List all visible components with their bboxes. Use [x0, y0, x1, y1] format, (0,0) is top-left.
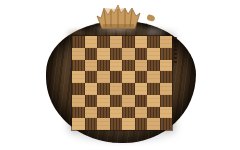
board-square — [97, 83, 110, 95]
board-square — [122, 48, 135, 60]
edge-notch — [174, 53, 177, 55]
product-photo-canvas — [0, 0, 240, 150]
board-square — [97, 71, 110, 83]
board-square — [135, 95, 148, 107]
board-square — [135, 36, 148, 48]
board-square — [147, 83, 160, 95]
board-square — [72, 118, 85, 130]
board-square — [147, 60, 160, 72]
edge-notch — [174, 61, 177, 63]
edge-notch — [174, 45, 177, 47]
board-square — [122, 107, 135, 119]
board-square — [97, 95, 110, 107]
board-square — [160, 48, 173, 60]
board-square — [85, 71, 98, 83]
board-square — [122, 118, 135, 130]
board-square — [110, 95, 123, 107]
board-square — [160, 83, 173, 95]
board-square — [85, 118, 98, 130]
board-square — [160, 118, 173, 130]
board-square — [110, 48, 123, 60]
board-square — [110, 83, 123, 95]
board-square — [122, 36, 135, 48]
board-square — [85, 95, 98, 107]
board-square — [160, 36, 173, 48]
board-square — [72, 95, 85, 107]
board-square — [110, 118, 123, 130]
board-square — [97, 118, 110, 130]
checkerboard — [72, 36, 172, 130]
board-square — [72, 60, 85, 72]
board-square — [122, 60, 135, 72]
board-square — [160, 95, 173, 107]
board-square — [97, 60, 110, 72]
crown-shape — [95, 3, 142, 29]
board-square — [135, 83, 148, 95]
board-square — [97, 48, 110, 60]
board-square — [147, 95, 160, 107]
pomegranate-crown — [95, 3, 142, 29]
board-square — [160, 71, 173, 83]
board-square — [122, 71, 135, 83]
board-square — [72, 36, 85, 48]
board-square — [72, 107, 85, 119]
board-square — [135, 60, 148, 72]
board-square — [97, 36, 110, 48]
board-square — [147, 48, 160, 60]
edge-notch — [174, 41, 177, 43]
board-square — [85, 83, 98, 95]
board-square — [72, 48, 85, 60]
board-square — [85, 107, 98, 119]
board-square — [85, 48, 98, 60]
board-square — [110, 71, 123, 83]
board-square — [147, 118, 160, 130]
board-square — [85, 36, 98, 48]
board-square — [147, 107, 160, 119]
board-square — [135, 118, 148, 130]
edge-notch — [174, 37, 177, 39]
edge-notch — [174, 49, 177, 51]
board-square — [147, 71, 160, 83]
board-square — [122, 83, 135, 95]
board-square — [122, 95, 135, 107]
board-square — [135, 48, 148, 60]
wood-chip-mark — [146, 14, 155, 22]
board-square — [72, 71, 85, 83]
board-square — [97, 107, 110, 119]
edge-notches — [174, 37, 177, 63]
board-square — [110, 107, 123, 119]
board-square — [160, 107, 173, 119]
board-square — [85, 60, 98, 72]
edge-notch — [174, 57, 177, 59]
board-square — [147, 36, 160, 48]
board-square — [135, 107, 148, 119]
board-square — [110, 60, 123, 72]
board-square — [160, 60, 173, 72]
board-square — [110, 36, 123, 48]
board-square — [72, 83, 85, 95]
board-square — [135, 71, 148, 83]
